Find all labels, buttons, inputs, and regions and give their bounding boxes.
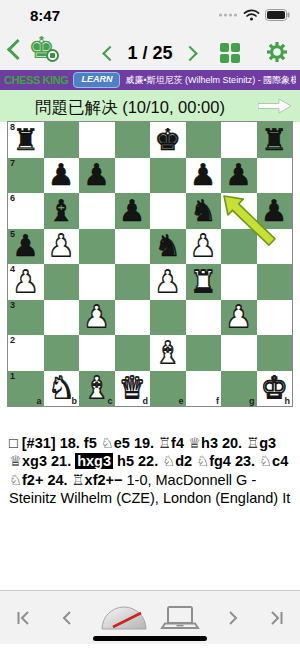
- square-d2[interactable]: [115, 335, 151, 371]
- square-b2[interactable]: [44, 335, 80, 371]
- app-screen: 8:47 ♚ 1 / 25: [0, 0, 300, 650]
- square-d5[interactable]: [115, 229, 151, 265]
- square-g8[interactable]: [221, 122, 257, 158]
- chess-board[interactable]: 87654321abcdefgh♜♚♜♟♟♟♟♝♟♞♟♟♟♞♟♟♟♜♟♟♝♞♝♛…: [8, 122, 292, 406]
- square-d8[interactable]: [115, 122, 151, 158]
- prev-move-icon[interactable]: [59, 608, 75, 628]
- file-label: e: [178, 396, 183, 406]
- next-chevron-icon[interactable]: [182, 46, 198, 62]
- grid-icon[interactable]: [220, 43, 240, 63]
- back-chevron-icon[interactable]: [7, 39, 28, 60]
- black-rook-a8[interactable]: ♜: [8, 122, 44, 158]
- square-d3[interactable]: [115, 300, 151, 336]
- black-rook-h8[interactable]: ♜: [257, 122, 293, 158]
- next-move-icon[interactable]: [225, 608, 241, 628]
- square-g5[interactable]: [221, 229, 257, 265]
- next-puzzle-arrow-icon[interactable]: [258, 98, 292, 114]
- black-pawn-f7[interactable]: ♟: [186, 158, 222, 194]
- move-list: □ [#31] 18. f5 ♘e5 19. ♖f4 ♕h3 20. ♖g3 ♕…: [9, 434, 292, 508]
- black-pawn-h6[interactable]: ♟: [257, 193, 293, 229]
- white-pawn-g3[interactable]: ♟: [221, 300, 257, 336]
- file-label: g: [249, 396, 255, 406]
- square-c2[interactable]: [79, 335, 115, 371]
- square-d7[interactable]: [115, 158, 151, 194]
- clock: 8:47: [30, 7, 60, 24]
- white-rook-f4[interactable]: ♜: [186, 264, 222, 300]
- square-e7[interactable]: [150, 158, 186, 194]
- status-bar: 8:47: [0, 0, 300, 28]
- square-b3[interactable]: [44, 300, 80, 336]
- first-move-icon[interactable]: [14, 608, 34, 628]
- rank-label: 1: [10, 371, 15, 381]
- solved-status-text: 問題已解决 (10/10, 00:00): [0, 97, 260, 119]
- square-g6[interactable]: [221, 193, 257, 229]
- square-b4[interactable]: [44, 264, 80, 300]
- square-f2[interactable]: [186, 335, 222, 371]
- black-pawn-b7[interactable]: ♟: [44, 158, 80, 194]
- square-b8[interactable]: [44, 122, 80, 158]
- square-h4[interactable]: [257, 264, 293, 300]
- square-h5[interactable]: [257, 229, 293, 265]
- black-bishop-b6[interactable]: ♝: [44, 193, 80, 229]
- square-h7[interactable]: [257, 158, 293, 194]
- logo-badge: [46, 49, 59, 62]
- square-f3[interactable]: [186, 300, 222, 336]
- black-pawn-d6[interactable]: ♟: [115, 193, 151, 229]
- home-indicator[interactable]: [93, 636, 207, 641]
- square-g4[interactable]: [221, 264, 257, 300]
- battery-icon: [265, 9, 290, 21]
- square-f1[interactable]: f: [186, 371, 222, 407]
- square-e3[interactable]: [150, 300, 186, 336]
- rank-label: 6: [10, 193, 15, 203]
- white-bishop-c1[interactable]: ♝: [79, 371, 115, 407]
- course-banner: CHESS KING LEARN 威廉•斯坦尼茨 (Wilhelm Steini…: [0, 70, 300, 90]
- white-king-h1[interactable]: ♚: [257, 371, 293, 407]
- rank-label: 7: [10, 158, 15, 168]
- square-a2[interactable]: 2: [8, 335, 44, 371]
- square-g2[interactable]: [221, 335, 257, 371]
- square-a7[interactable]: 7: [8, 158, 44, 194]
- square-a1[interactable]: 1a: [8, 371, 44, 407]
- chess-king-logo[interactable]: ♚: [28, 31, 55, 65]
- engine-gauge-icon[interactable]: [100, 604, 148, 631]
- rank-label: 3: [10, 300, 15, 310]
- white-bishop-e2[interactable]: ♝: [150, 335, 186, 371]
- square-f8[interactable]: [186, 122, 222, 158]
- square-c8[interactable]: [79, 122, 115, 158]
- black-knight-f6[interactable]: ♞: [186, 193, 222, 229]
- course-title: 威廉•斯坦尼茨 (Wilhelm Steinitz) - 國際象棋冠軍: [125, 74, 296, 87]
- black-pawn-g7[interactable]: ♟: [221, 158, 257, 194]
- rank-label: 2: [10, 335, 15, 345]
- square-c5[interactable]: [79, 229, 115, 265]
- last-move-icon[interactable]: [266, 608, 286, 628]
- square-a6[interactable]: 6: [8, 193, 44, 229]
- square-e1[interactable]: e: [150, 371, 186, 407]
- square-c4[interactable]: [79, 264, 115, 300]
- black-pawn-c7[interactable]: ♟: [79, 158, 115, 194]
- white-pawn-e4[interactable]: ♟: [150, 264, 186, 300]
- gear-icon[interactable]: [266, 41, 288, 63]
- black-pawn-a5[interactable]: ♟: [8, 229, 44, 265]
- puzzle-counter: 1 / 25: [127, 43, 172, 64]
- square-a3[interactable]: 3: [8, 300, 44, 336]
- white-pawn-c3[interactable]: ♟: [79, 300, 115, 336]
- black-king-e8[interactable]: ♚: [150, 122, 186, 158]
- computer-analysis-icon[interactable]: [160, 605, 200, 631]
- solved-banner: 問題已解决 (10/10, 00:00): [0, 90, 300, 122]
- current-move-highlight[interactable]: hxg3: [75, 453, 113, 469]
- white-knight-b1[interactable]: ♞: [44, 371, 80, 407]
- wifi-icon: [243, 9, 260, 21]
- brand-logo-text: CHESS KING: [4, 74, 68, 86]
- nav-bar: ♚ 1 / 25: [0, 28, 300, 70]
- square-e6[interactable]: [150, 193, 186, 229]
- white-pawn-b5[interactable]: ♟: [44, 229, 80, 265]
- prev-chevron-icon[interactable]: [102, 46, 118, 62]
- white-pawn-f5[interactable]: ♟: [186, 229, 222, 265]
- black-knight-e5[interactable]: ♞: [150, 229, 186, 265]
- square-d4[interactable]: [115, 264, 151, 300]
- square-h2[interactable]: [257, 335, 293, 371]
- square-g1[interactable]: g: [221, 371, 257, 407]
- cellular-dots-icon: [218, 12, 238, 18]
- white-pawn-a4[interactable]: ♟: [8, 264, 44, 300]
- file-label: f: [216, 396, 219, 406]
- square-h3[interactable]: [257, 300, 293, 336]
- file-label: a: [36, 396, 41, 406]
- learn-badge: LEARN: [73, 72, 120, 88]
- square-c6[interactable]: [79, 193, 115, 229]
- white-queen-d1[interactable]: ♛: [115, 371, 151, 407]
